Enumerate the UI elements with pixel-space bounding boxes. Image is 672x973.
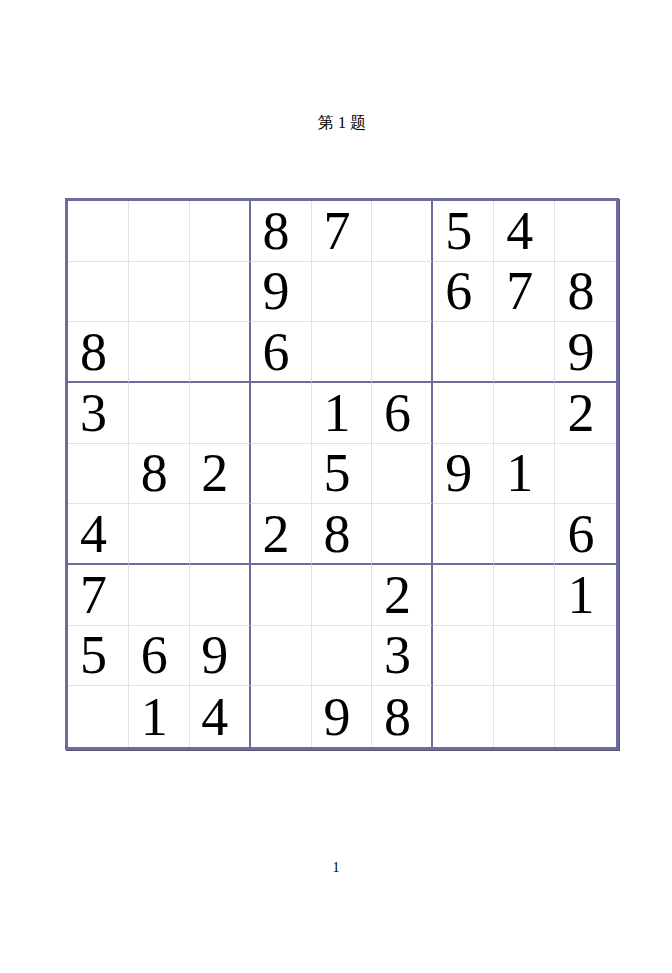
cell-r6c2: [129, 504, 190, 565]
cell-r5c1: [68, 444, 129, 505]
cell-r3c5: [312, 322, 373, 383]
cell-r3c3: [190, 322, 251, 383]
cell-r5c2: 8: [129, 444, 190, 505]
cell-r6c1: 4: [68, 504, 129, 565]
cell-r9c3: 4: [190, 686, 251, 747]
cell-r2c5: [312, 262, 373, 323]
cell-r4c4: [251, 383, 312, 444]
cell-r8c6: 3: [372, 626, 433, 687]
cell-r8c7: [433, 626, 494, 687]
cell-r7c1: 7: [68, 565, 129, 626]
cell-r1c4: 8: [251, 201, 312, 262]
cell-r8c5: [312, 626, 373, 687]
cell-r4c6: 6: [372, 383, 433, 444]
cell-r1c2: [129, 201, 190, 262]
cell-r8c1: 5: [68, 626, 129, 687]
cell-r3c9: 9: [555, 322, 616, 383]
cell-r2c4: 9: [251, 262, 312, 323]
cell-r1c5: 7: [312, 201, 373, 262]
cell-r2c9: 8: [555, 262, 616, 323]
cell-r6c9: 6: [555, 504, 616, 565]
cell-r5c9: [555, 444, 616, 505]
cell-r9c8: [494, 686, 555, 747]
cell-r6c3: [190, 504, 251, 565]
cell-r1c1: [68, 201, 129, 262]
cell-r4c9: 2: [555, 383, 616, 444]
cell-r1c6: [372, 201, 433, 262]
cell-r4c3: [190, 383, 251, 444]
cell-r7c9: 1: [555, 565, 616, 626]
cell-r7c8: [494, 565, 555, 626]
cell-r7c4: [251, 565, 312, 626]
cell-r7c2: [129, 565, 190, 626]
cell-r2c7: 6: [433, 262, 494, 323]
puzzle-title: 第 1 题: [65, 112, 619, 134]
cell-r7c7: [433, 565, 494, 626]
cell-r2c2: [129, 262, 190, 323]
cell-r3c1: 8: [68, 322, 129, 383]
cell-r3c7: [433, 322, 494, 383]
cell-r4c5: 1: [312, 383, 373, 444]
cell-r6c4: 2: [251, 504, 312, 565]
cell-r9c9: [555, 686, 616, 747]
cell-r6c8: [494, 504, 555, 565]
cell-r4c2: [129, 383, 190, 444]
cell-r6c7: [433, 504, 494, 565]
cell-r8c2: 6: [129, 626, 190, 687]
cell-r5c4: [251, 444, 312, 505]
cell-r3c4: 6: [251, 322, 312, 383]
cell-r9c2: 1: [129, 686, 190, 747]
cell-r4c1: 3: [68, 383, 129, 444]
cell-r7c5: [312, 565, 373, 626]
cell-r5c6: [372, 444, 433, 505]
cell-r6c6: [372, 504, 433, 565]
cell-r9c1: [68, 686, 129, 747]
cell-r8c4: [251, 626, 312, 687]
cell-r1c9: [555, 201, 616, 262]
cell-r9c4: [251, 686, 312, 747]
cell-r6c5: 8: [312, 504, 373, 565]
cell-r7c3: [190, 565, 251, 626]
sudoku-board: 87549678869316282591428672156931498: [65, 198, 619, 750]
cell-r1c8: 4: [494, 201, 555, 262]
cell-r4c8: [494, 383, 555, 444]
cell-r2c8: 7: [494, 262, 555, 323]
cell-r5c8: 1: [494, 444, 555, 505]
cell-r8c8: [494, 626, 555, 687]
cell-r9c6: 8: [372, 686, 433, 747]
cell-r3c6: [372, 322, 433, 383]
cell-r1c3: [190, 201, 251, 262]
cell-r1c7: 5: [433, 201, 494, 262]
page-number: 1: [0, 858, 672, 878]
cell-r7c6: 2: [372, 565, 433, 626]
cell-r5c5: 5: [312, 444, 373, 505]
cell-r8c3: 9: [190, 626, 251, 687]
cell-r9c7: [433, 686, 494, 747]
cell-r2c6: [372, 262, 433, 323]
cell-r8c9: [555, 626, 616, 687]
cell-r2c3: [190, 262, 251, 323]
cell-r5c7: 9: [433, 444, 494, 505]
cell-r5c3: 2: [190, 444, 251, 505]
document-page: 第 1 题 8754967886931628259142867215693149…: [0, 0, 672, 973]
cell-r4c7: [433, 383, 494, 444]
cell-r9c5: 9: [312, 686, 373, 747]
cell-r2c1: [68, 262, 129, 323]
cell-r3c8: [494, 322, 555, 383]
cell-r3c2: [129, 322, 190, 383]
